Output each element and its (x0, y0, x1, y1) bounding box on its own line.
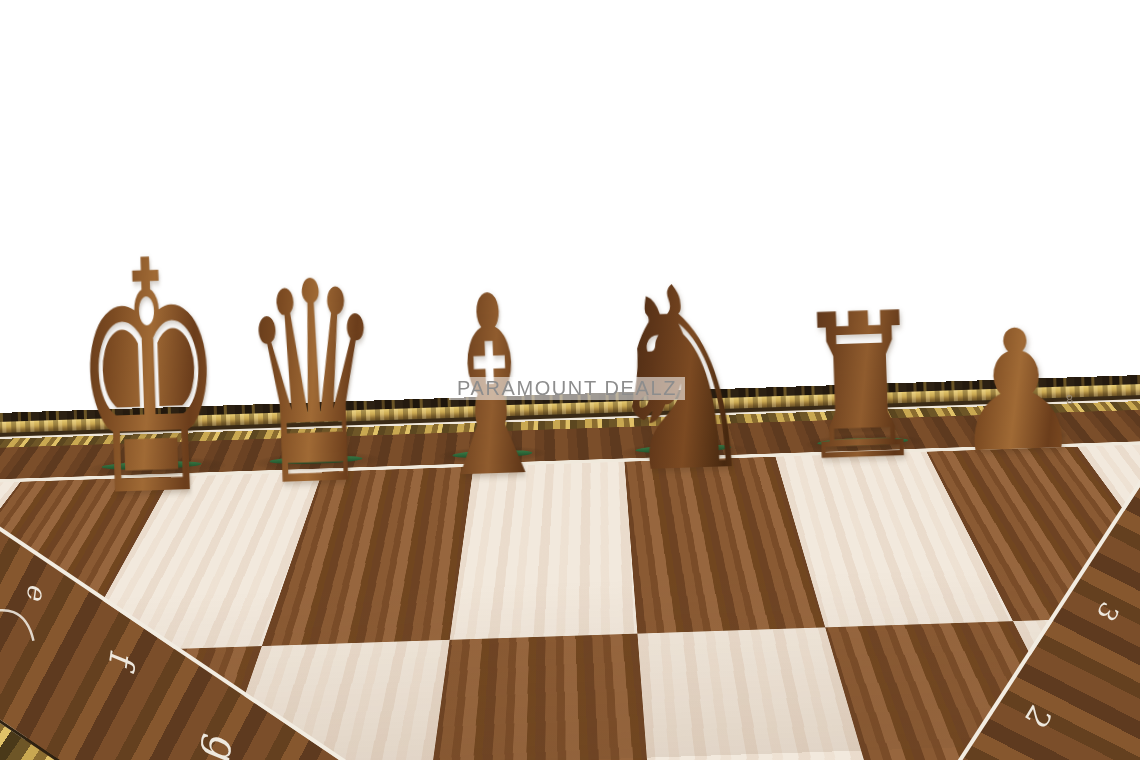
photo-canvas: ♚ ♛ ♝ ♞ ♜ (0, 0, 1140, 760)
faint-square-label: 8 (1065, 392, 1073, 407)
rank-label-3: 3 (1091, 597, 1125, 627)
piece-glyph-king: ♚ (69, 217, 229, 542)
piece-glyph-pawn: ♟ (948, 307, 1084, 477)
piece-glyph-queen: ♛ (239, 243, 388, 525)
file-label-e: e (21, 582, 54, 602)
file-label-f: f (101, 648, 142, 666)
file-label-g: g (198, 731, 249, 760)
piece-glyph-rook: ♜ (792, 285, 929, 489)
rank-label-2: 2 (1018, 700, 1059, 735)
watermark-text: PARAMOUNT DEALZ (457, 377, 677, 400)
watermark-band: PARAMOUNT DEALZ (449, 377, 685, 400)
